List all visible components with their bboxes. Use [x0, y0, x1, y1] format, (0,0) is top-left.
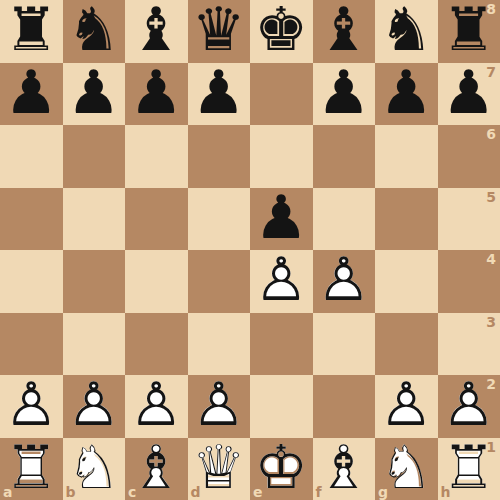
square-c6[interactable] [125, 125, 188, 188]
square-b5[interactable] [63, 188, 126, 251]
white-rook-piece[interactable]: ♜♖ [0, 438, 63, 500]
black-pawn-icon: ♟ [192, 62, 246, 122]
black-knight-icon: ♞ [379, 0, 433, 59]
chess-board[interactable]: ♜♞♝♛♚♝♞♜8♟♟♟♟♟♟♟76♟5♟♙♟♙43♟♙♟♙♟♙♟♙♟♙♟♙2♜… [0, 0, 500, 500]
black-pawn-icon: ♟ [254, 187, 308, 247]
square-b1[interactable]: ♞♘b [63, 438, 126, 500]
white-knight-piece[interactable]: ♞♘ [375, 438, 438, 500]
black-bishop-piece[interactable]: ♝ [313, 0, 376, 63]
white-bishop-piece[interactable]: ♝♗ [125, 438, 188, 500]
black-knight-piece[interactable]: ♞ [63, 0, 126, 63]
black-king-icon: ♚ [254, 0, 308, 59]
white-king-piece[interactable]: ♚♔ [250, 438, 313, 500]
black-pawn-piece[interactable]: ♟ [188, 63, 251, 126]
black-bishop-piece[interactable]: ♝ [125, 0, 188, 63]
white-pawn-piece[interactable]: ♟♙ [313, 250, 376, 313]
square-a6[interactable] [0, 125, 63, 188]
square-b6[interactable] [63, 125, 126, 188]
square-g8[interactable]: ♞ [375, 0, 438, 63]
square-f1[interactable]: ♝♗f [313, 438, 376, 500]
square-g4[interactable] [375, 250, 438, 313]
white-knight-outline-icon: ♘ [379, 437, 433, 497]
square-h5[interactable]: 5 [438, 188, 500, 251]
black-bishop-icon: ♝ [317, 0, 371, 59]
white-king-outline-icon: ♔ [254, 437, 308, 497]
white-pawn-outline-icon: ♙ [379, 374, 433, 434]
square-b2[interactable]: ♟♙ [63, 375, 126, 438]
square-g1[interactable]: ♞♘g [375, 438, 438, 500]
square-h3[interactable]: 3 [438, 313, 500, 376]
square-a4[interactable] [0, 250, 63, 313]
square-f4[interactable]: ♟♙ [313, 250, 376, 313]
square-d8[interactable]: ♛ [188, 0, 251, 63]
square-e4[interactable]: ♟♙ [250, 250, 313, 313]
white-bishop-outline-icon: ♗ [317, 437, 371, 497]
white-pawn-piece[interactable]: ♟♙ [188, 375, 251, 438]
white-pawn-piece[interactable]: ♟♙ [438, 375, 500, 438]
black-pawn-icon: ♟ [317, 62, 371, 122]
square-d2[interactable]: ♟♙ [188, 375, 251, 438]
square-g3[interactable] [375, 313, 438, 376]
square-h8[interactable]: ♜8 [438, 0, 500, 63]
square-c5[interactable] [125, 188, 188, 251]
square-f7[interactable]: ♟ [313, 63, 376, 126]
black-pawn-piece[interactable]: ♟ [250, 188, 313, 251]
square-e8[interactable]: ♚ [250, 0, 313, 63]
square-e3[interactable] [250, 313, 313, 376]
square-c8[interactable]: ♝ [125, 0, 188, 63]
white-queen-piece[interactable]: ♛♕ [188, 438, 251, 500]
square-h4[interactable]: 4 [438, 250, 500, 313]
white-bishop-piece[interactable]: ♝♗ [313, 438, 376, 500]
square-g7[interactable]: ♟ [375, 63, 438, 126]
square-g6[interactable] [375, 125, 438, 188]
square-d5[interactable] [188, 188, 251, 251]
square-d3[interactable] [188, 313, 251, 376]
square-c1[interactable]: ♝♗c [125, 438, 188, 500]
square-d1[interactable]: ♛♕d [188, 438, 251, 500]
white-pawn-outline-icon: ♙ [442, 374, 496, 434]
square-b4[interactable] [63, 250, 126, 313]
square-f2[interactable] [313, 375, 376, 438]
square-f3[interactable] [313, 313, 376, 376]
square-h2[interactable]: ♟♙2 [438, 375, 500, 438]
white-queen-outline-icon: ♕ [192, 437, 246, 497]
square-g2[interactable]: ♟♙ [375, 375, 438, 438]
square-a8[interactable]: ♜ [0, 0, 63, 63]
white-knight-piece[interactable]: ♞♘ [63, 438, 126, 500]
square-e5[interactable]: ♟ [250, 188, 313, 251]
black-queen-icon: ♛ [192, 0, 246, 59]
square-d6[interactable] [188, 125, 251, 188]
black-bishop-icon: ♝ [129, 0, 183, 59]
square-e7[interactable] [250, 63, 313, 126]
white-knight-outline-icon: ♘ [67, 437, 121, 497]
square-b8[interactable]: ♞ [63, 0, 126, 63]
white-pawn-piece[interactable]: ♟♙ [0, 375, 63, 438]
black-pawn-piece[interactable]: ♟ [438, 63, 500, 126]
square-a2[interactable]: ♟♙ [0, 375, 63, 438]
square-a3[interactable] [0, 313, 63, 376]
black-knight-icon: ♞ [67, 0, 121, 59]
black-pawn-icon: ♟ [379, 62, 433, 122]
square-h6[interactable]: 6 [438, 125, 500, 188]
square-c2[interactable]: ♟♙ [125, 375, 188, 438]
black-pawn-icon: ♟ [129, 62, 183, 122]
rank-label-6: 6 [486, 127, 496, 141]
white-rook-outline-icon: ♖ [442, 437, 496, 497]
black-pawn-piece[interactable]: ♟ [125, 63, 188, 126]
white-pawn-outline-icon: ♙ [254, 249, 308, 309]
white-bishop-outline-icon: ♗ [129, 437, 183, 497]
black-pawn-piece[interactable]: ♟ [375, 63, 438, 126]
square-h1[interactable]: ♜♖1h [438, 438, 500, 500]
square-h7[interactable]: ♟7 [438, 63, 500, 126]
white-rook-outline-icon: ♖ [4, 437, 58, 497]
white-pawn-piece[interactable]: ♟♙ [63, 375, 126, 438]
white-pawn-outline-icon: ♙ [192, 374, 246, 434]
rank-label-4: 4 [486, 252, 496, 266]
black-pawn-piece[interactable]: ♟ [313, 63, 376, 126]
black-pawn-icon: ♟ [442, 62, 496, 122]
square-a1[interactable]: ♜♖a [0, 438, 63, 500]
black-pawn-icon: ♟ [4, 62, 58, 122]
square-a7[interactable]: ♟ [0, 63, 63, 126]
white-pawn-outline-icon: ♙ [67, 374, 121, 434]
black-pawn-piece[interactable]: ♟ [0, 63, 63, 126]
square-c3[interactable] [125, 313, 188, 376]
white-pawn-outline-icon: ♙ [317, 249, 371, 309]
square-b3[interactable] [63, 313, 126, 376]
white-pawn-outline-icon: ♙ [4, 374, 58, 434]
white-pawn-piece[interactable]: ♟♙ [375, 375, 438, 438]
square-c7[interactable]: ♟ [125, 63, 188, 126]
black-rook-piece[interactable]: ♜ [0, 0, 63, 63]
rank-label-3: 3 [486, 315, 496, 329]
square-d4[interactable] [188, 250, 251, 313]
square-f5[interactable] [313, 188, 376, 251]
black-rook-icon: ♜ [442, 0, 496, 59]
rank-label-5: 5 [486, 190, 496, 204]
white-pawn-piece[interactable]: ♟♙ [125, 375, 188, 438]
black-knight-piece[interactable]: ♞ [375, 0, 438, 63]
black-king-piece[interactable]: ♚ [250, 0, 313, 63]
black-rook-piece[interactable]: ♜ [438, 0, 500, 63]
white-pawn-piece[interactable]: ♟♙ [250, 250, 313, 313]
black-rook-icon: ♜ [4, 0, 58, 59]
square-e2[interactable] [250, 375, 313, 438]
black-queen-piece[interactable]: ♛ [188, 0, 251, 63]
black-pawn-icon: ♟ [67, 62, 121, 122]
square-e1[interactable]: ♚♔e [250, 438, 313, 500]
square-f8[interactable]: ♝ [313, 0, 376, 63]
black-pawn-piece[interactable]: ♟ [63, 63, 126, 126]
square-f6[interactable] [313, 125, 376, 188]
square-d7[interactable]: ♟ [188, 63, 251, 126]
square-c4[interactable] [125, 250, 188, 313]
square-a5[interactable] [0, 188, 63, 251]
square-e6[interactable] [250, 125, 313, 188]
square-g5[interactable] [375, 188, 438, 251]
white-rook-piece[interactable]: ♜♖ [438, 438, 500, 500]
square-b7[interactable]: ♟ [63, 63, 126, 126]
white-pawn-outline-icon: ♙ [129, 374, 183, 434]
